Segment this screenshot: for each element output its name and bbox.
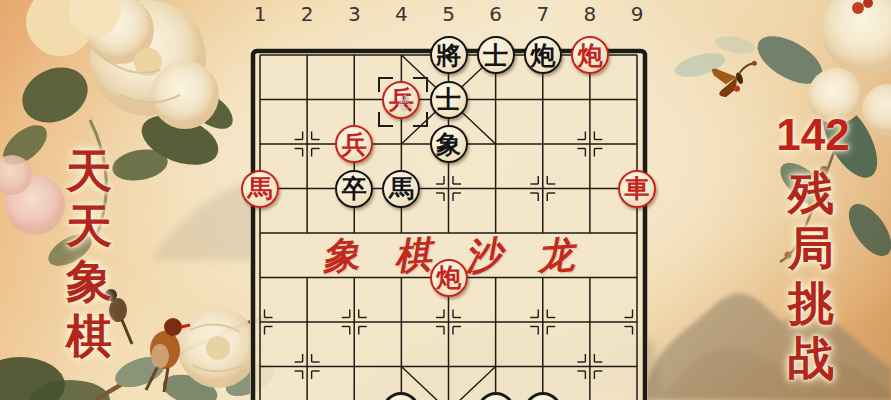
challenge-title-char: 残 xyxy=(788,166,834,221)
app-title-char: 象 xyxy=(66,254,112,309)
challenge-title-char: 战 xyxy=(788,331,834,386)
piece-red-炮[interactable]: 炮 xyxy=(430,259,468,297)
app-title-watermark: 天天象棋 xyxy=(62,144,116,364)
puzzle-number: 142 xyxy=(768,110,858,160)
piece-glyph: 象 xyxy=(436,132,461,157)
piece-black-馬[interactable]: 馬 xyxy=(382,170,420,208)
river-char: 棋 xyxy=(392,230,432,282)
piece-black-士[interactable]: 士 xyxy=(477,36,515,74)
piece-red-馬[interactable]: 馬 xyxy=(241,170,279,208)
piece-glyph: 將 xyxy=(436,43,461,68)
piece-glyph: 炮 xyxy=(436,265,461,290)
challenge-title-watermark: 残局挑战 xyxy=(782,166,840,386)
piece-red-兵[interactable]: 兵☝ xyxy=(382,81,420,119)
piece-glyph: 士 xyxy=(436,87,461,112)
river-char: 象 xyxy=(320,230,360,282)
piece-glyph: 馬 xyxy=(248,176,273,201)
puzzle-screen: 象棋沙龙 將士炮炮兵☝士兵象馬卒馬車炮 123456789 天天象棋 142 残… xyxy=(0,0,891,400)
piece-glyph: 兵 xyxy=(342,132,367,157)
column-label-8: 8 xyxy=(575,2,605,26)
piece-black-將[interactable]: 將 xyxy=(430,36,468,74)
xiangqi-board[interactable]: 象棋沙龙 將士炮炮兵☝士兵象馬卒馬車炮 xyxy=(250,48,648,400)
piece-glyph: 炮 xyxy=(577,43,602,68)
app-title-char: 天 xyxy=(66,144,112,199)
river-char: 龙 xyxy=(535,230,575,282)
column-label-4: 4 xyxy=(386,2,416,26)
app-title-char: 天 xyxy=(66,199,112,254)
challenge-title-char: 局 xyxy=(788,221,834,276)
river-char: 沙 xyxy=(464,230,504,282)
piece-black-象[interactable]: 象 xyxy=(430,125,468,163)
piece-glyph: 卒 xyxy=(342,176,367,201)
column-label-5: 5 xyxy=(434,2,464,26)
piece-glyph: 車 xyxy=(625,176,650,201)
column-labels: 123456789 xyxy=(250,2,648,30)
column-label-9: 9 xyxy=(622,2,652,26)
branch-and-peony-bottom-left xyxy=(0,308,279,400)
piece-glyph: 炮 xyxy=(530,43,555,68)
piece-glyph: 馬 xyxy=(389,176,414,201)
mountains-right xyxy=(640,293,891,400)
column-label-1: 1 xyxy=(245,2,275,26)
column-label-6: 6 xyxy=(481,2,511,26)
challenge-title-char: 挑 xyxy=(788,276,834,331)
column-label-7: 7 xyxy=(528,2,558,26)
app-title-char: 棋 xyxy=(66,309,112,364)
column-label-3: 3 xyxy=(339,2,369,26)
piece-glyph: 士 xyxy=(483,43,508,68)
piece-black-卒[interactable]: 卒 xyxy=(335,170,373,208)
piece-red-炮[interactable]: 炮 xyxy=(571,36,609,74)
piece-black-士[interactable]: 士 xyxy=(430,81,468,119)
piece-red-車[interactable]: 車 xyxy=(618,170,656,208)
piece-black-炮[interactable]: 炮 xyxy=(524,36,562,74)
piece-red-兵[interactable]: 兵 xyxy=(335,125,373,163)
column-label-2: 2 xyxy=(292,2,322,26)
